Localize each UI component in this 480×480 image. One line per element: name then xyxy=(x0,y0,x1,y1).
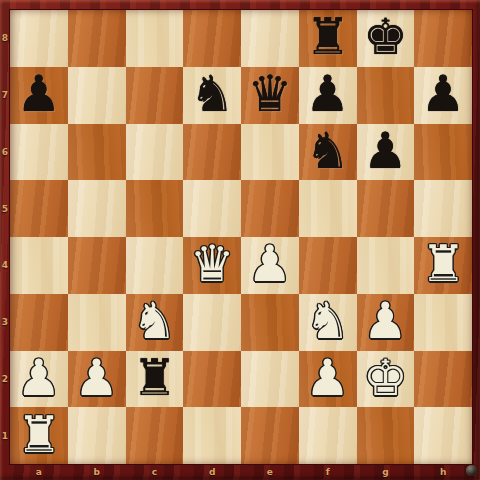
square-b3[interactable] xyxy=(68,294,126,351)
black-rook-f8[interactable]: ♜ xyxy=(305,12,350,62)
white-pawn-g3[interactable]: ♟ xyxy=(363,296,408,346)
file-labels: abcdefgh xyxy=(10,464,472,480)
white-rook-h4[interactable]: ♜ xyxy=(421,239,466,289)
square-g1[interactable] xyxy=(357,407,415,464)
file-label-h: h xyxy=(414,464,472,480)
square-d3[interactable] xyxy=(183,294,241,351)
square-f1[interactable] xyxy=(299,407,357,464)
square-d8[interactable] xyxy=(183,10,241,67)
square-e6[interactable] xyxy=(241,124,299,181)
square-h4[interactable]: ♜ xyxy=(414,237,472,294)
rank-label-7: 7 xyxy=(0,67,10,124)
square-h7[interactable]: ♟ xyxy=(414,67,472,124)
file-label-e: e xyxy=(241,464,299,480)
file-label-d: d xyxy=(183,464,241,480)
square-a6[interactable] xyxy=(10,124,68,181)
square-g8[interactable]: ♚ xyxy=(357,10,415,67)
square-d6[interactable] xyxy=(183,124,241,181)
square-a2[interactable]: ♟ xyxy=(10,351,68,408)
rank-label-1: 1 xyxy=(0,407,10,464)
black-knight-d7[interactable]: ♞ xyxy=(190,69,235,119)
square-f2[interactable]: ♟ xyxy=(299,351,357,408)
black-pawn-h7[interactable]: ♟ xyxy=(421,69,466,119)
square-c3[interactable]: ♞ xyxy=(126,294,184,351)
square-e2[interactable] xyxy=(241,351,299,408)
square-c1[interactable] xyxy=(126,407,184,464)
square-b7[interactable] xyxy=(68,67,126,124)
white-king-g2[interactable]: ♚ xyxy=(363,353,408,403)
square-h3[interactable] xyxy=(414,294,472,351)
black-king-g8[interactable]: ♚ xyxy=(363,12,408,62)
square-g3[interactable]: ♟ xyxy=(357,294,415,351)
square-h5[interactable] xyxy=(414,180,472,237)
white-knight-f3[interactable]: ♞ xyxy=(305,296,350,346)
square-e7[interactable]: ♛ xyxy=(241,67,299,124)
rank-label-8: 8 xyxy=(0,10,10,67)
square-f8[interactable]: ♜ xyxy=(299,10,357,67)
square-c8[interactable] xyxy=(126,10,184,67)
square-f5[interactable] xyxy=(299,180,357,237)
file-label-a: a xyxy=(10,464,68,480)
white-knight-c3[interactable]: ♞ xyxy=(132,296,177,346)
square-h2[interactable] xyxy=(414,351,472,408)
file-label-g: g xyxy=(357,464,415,480)
square-g5[interactable] xyxy=(357,180,415,237)
square-e1[interactable] xyxy=(241,407,299,464)
square-a3[interactable] xyxy=(10,294,68,351)
square-a1[interactable]: ♜ xyxy=(10,407,68,464)
square-g4[interactable] xyxy=(357,237,415,294)
black-pawn-a7[interactable]: ♟ xyxy=(16,69,61,119)
white-pawn-e4[interactable]: ♟ xyxy=(247,239,292,289)
square-f7[interactable]: ♟ xyxy=(299,67,357,124)
square-d1[interactable] xyxy=(183,407,241,464)
square-e5[interactable] xyxy=(241,180,299,237)
square-c4[interactable] xyxy=(126,237,184,294)
square-e3[interactable] xyxy=(241,294,299,351)
black-queen-e7[interactable]: ♛ xyxy=(247,69,292,119)
rank-label-6: 6 xyxy=(0,124,10,181)
board: ♜♚♟♞♛♟♟♞♟♛♟♜♞♞♟♟♟♜♟♚♜ xyxy=(10,10,472,464)
chess-board-frame: ♜♚♟♞♛♟♟♞♟♛♟♜♞♞♟♟♟♜♟♚♜ 87654321 abcdefgh xyxy=(0,0,480,480)
black-pawn-g6[interactable]: ♟ xyxy=(363,126,408,176)
square-a4[interactable] xyxy=(10,237,68,294)
white-pawn-f2[interactable]: ♟ xyxy=(305,353,350,403)
white-pawn-b2[interactable]: ♟ xyxy=(74,353,119,403)
square-d5[interactable] xyxy=(183,180,241,237)
square-a7[interactable]: ♟ xyxy=(10,67,68,124)
square-h1[interactable] xyxy=(414,407,472,464)
square-g7[interactable] xyxy=(357,67,415,124)
square-a5[interactable] xyxy=(10,180,68,237)
black-knight-f6[interactable]: ♞ xyxy=(305,126,350,176)
square-f3[interactable]: ♞ xyxy=(299,294,357,351)
file-label-b: b xyxy=(68,464,126,480)
white-queen-d4[interactable]: ♛ xyxy=(190,239,235,289)
square-c5[interactable] xyxy=(126,180,184,237)
square-b6[interactable] xyxy=(68,124,126,181)
square-d4[interactable]: ♛ xyxy=(183,237,241,294)
white-pawn-a2[interactable]: ♟ xyxy=(16,353,61,403)
black-pawn-f7[interactable]: ♟ xyxy=(305,69,350,119)
file-label-f: f xyxy=(299,464,357,480)
square-e4[interactable]: ♟ xyxy=(241,237,299,294)
file-label-c: c xyxy=(126,464,184,480)
square-b2[interactable]: ♟ xyxy=(68,351,126,408)
black-rook-c2[interactable]: ♜ xyxy=(132,353,177,403)
square-h8[interactable] xyxy=(414,10,472,67)
square-b8[interactable] xyxy=(68,10,126,67)
rank-label-4: 4 xyxy=(0,237,10,294)
square-b4[interactable] xyxy=(68,237,126,294)
square-c2[interactable]: ♜ xyxy=(126,351,184,408)
rank-label-2: 2 xyxy=(0,351,10,408)
square-c7[interactable] xyxy=(126,67,184,124)
square-e8[interactable] xyxy=(241,10,299,67)
square-b5[interactable] xyxy=(68,180,126,237)
square-c6[interactable] xyxy=(126,124,184,181)
square-f4[interactable] xyxy=(299,237,357,294)
square-a8[interactable] xyxy=(10,10,68,67)
white-rook-a1[interactable]: ♜ xyxy=(16,410,61,460)
square-f6[interactable]: ♞ xyxy=(299,124,357,181)
corner-logo-badge xyxy=(466,465,477,476)
square-g6[interactable]: ♟ xyxy=(357,124,415,181)
square-h6[interactable] xyxy=(414,124,472,181)
rank-label-5: 5 xyxy=(0,180,10,237)
square-d2[interactable] xyxy=(183,351,241,408)
rank-labels: 87654321 xyxy=(0,10,10,464)
square-b1[interactable] xyxy=(68,407,126,464)
rank-label-3: 3 xyxy=(0,294,10,351)
square-g2[interactable]: ♚ xyxy=(357,351,415,408)
square-d7[interactable]: ♞ xyxy=(183,67,241,124)
